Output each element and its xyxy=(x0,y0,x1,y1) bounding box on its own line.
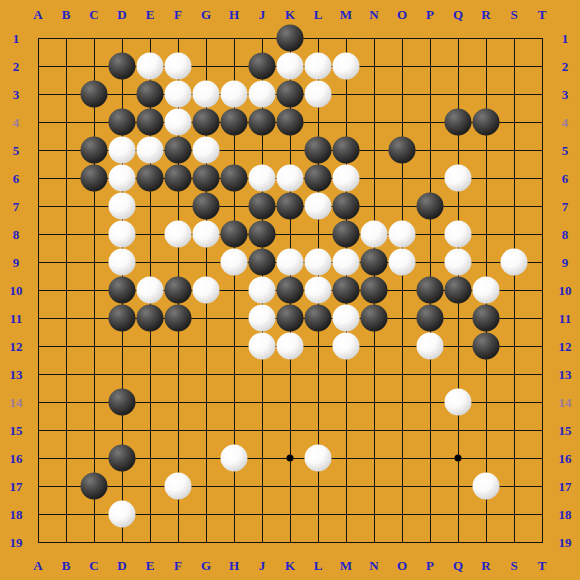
black-stone xyxy=(417,193,444,220)
black-stone xyxy=(473,305,500,332)
row-label-left: 1 xyxy=(13,32,20,45)
white-stone xyxy=(333,305,360,332)
white-stone xyxy=(361,221,388,248)
row-label-left: 7 xyxy=(13,200,20,213)
black-stone xyxy=(389,137,416,164)
white-stone xyxy=(417,333,444,360)
row-label-left: 11 xyxy=(10,312,22,325)
row-label-left: 2 xyxy=(13,60,20,73)
column-label-bottom: A xyxy=(33,559,42,572)
column-label-bottom: C xyxy=(89,559,98,572)
white-stone xyxy=(445,389,472,416)
white-stone xyxy=(109,221,136,248)
white-stone xyxy=(305,277,332,304)
white-stone xyxy=(109,165,136,192)
black-stone xyxy=(249,249,276,276)
black-stone xyxy=(137,165,164,192)
white-stone xyxy=(389,249,416,276)
black-stone xyxy=(445,277,472,304)
row-label-right: 5 xyxy=(562,144,569,157)
row-label-left: 3 xyxy=(13,88,20,101)
black-stone xyxy=(277,81,304,108)
row-label-left: 14 xyxy=(10,396,23,409)
black-stone xyxy=(417,305,444,332)
black-stone xyxy=(333,277,360,304)
column-label-top: Q xyxy=(453,8,463,21)
black-stone xyxy=(473,109,500,136)
white-stone xyxy=(389,221,416,248)
column-label-top: J xyxy=(259,8,266,21)
white-stone xyxy=(165,221,192,248)
white-stone xyxy=(333,165,360,192)
row-label-left: 6 xyxy=(13,172,20,185)
white-stone xyxy=(249,165,276,192)
row-label-right: 15 xyxy=(559,424,572,437)
column-label-top: M xyxy=(340,8,352,21)
white-stone xyxy=(277,249,304,276)
white-stone xyxy=(137,137,164,164)
column-label-top: B xyxy=(62,8,71,21)
star-point xyxy=(287,455,294,462)
white-stone xyxy=(445,221,472,248)
column-label-top: P xyxy=(426,8,434,21)
row-label-left: 4 xyxy=(13,116,20,129)
black-stone xyxy=(221,165,248,192)
white-stone xyxy=(165,81,192,108)
column-label-top: G xyxy=(201,8,211,21)
black-stone xyxy=(81,165,108,192)
black-stone xyxy=(445,109,472,136)
column-label-bottom: G xyxy=(201,559,211,572)
black-stone xyxy=(249,221,276,248)
column-label-bottom: Q xyxy=(453,559,463,572)
black-stone xyxy=(193,165,220,192)
star-point xyxy=(455,455,462,462)
column-label-bottom: S xyxy=(510,559,517,572)
column-label-top: F xyxy=(174,8,182,21)
column-label-top: O xyxy=(397,8,407,21)
row-label-right: 10 xyxy=(559,284,572,297)
black-stone xyxy=(333,193,360,220)
column-label-bottom: P xyxy=(426,559,434,572)
black-stone xyxy=(81,81,108,108)
white-stone xyxy=(109,137,136,164)
row-label-left: 18 xyxy=(10,508,23,521)
white-stone xyxy=(165,473,192,500)
column-label-bottom: T xyxy=(538,559,547,572)
row-label-right: 18 xyxy=(559,508,572,521)
column-label-bottom: B xyxy=(62,559,71,572)
row-label-left: 10 xyxy=(10,284,23,297)
black-stone xyxy=(277,277,304,304)
row-label-right: 13 xyxy=(559,368,572,381)
white-stone xyxy=(109,193,136,220)
row-label-right: 6 xyxy=(562,172,569,185)
white-stone xyxy=(333,249,360,276)
white-stone xyxy=(193,221,220,248)
black-stone xyxy=(361,277,388,304)
white-stone xyxy=(305,193,332,220)
white-stone xyxy=(193,137,220,164)
go-board[interactable] xyxy=(38,38,543,543)
black-stone xyxy=(165,137,192,164)
black-stone xyxy=(473,333,500,360)
row-label-right: 11 xyxy=(559,312,571,325)
row-label-left: 9 xyxy=(13,256,20,269)
black-stone xyxy=(165,305,192,332)
row-label-right: 8 xyxy=(562,228,569,241)
black-stone xyxy=(165,277,192,304)
row-label-left: 19 xyxy=(10,536,23,549)
column-label-top: K xyxy=(285,8,295,21)
white-stone xyxy=(305,445,332,472)
black-stone xyxy=(417,277,444,304)
row-label-left: 5 xyxy=(13,144,20,157)
white-stone xyxy=(109,249,136,276)
white-stone xyxy=(473,473,500,500)
column-label-top: A xyxy=(33,8,42,21)
row-label-right: 4 xyxy=(562,116,569,129)
black-stone xyxy=(165,165,192,192)
column-label-top: H xyxy=(229,8,239,21)
white-stone xyxy=(277,165,304,192)
black-stone xyxy=(81,137,108,164)
black-stone xyxy=(249,109,276,136)
white-stone xyxy=(501,249,528,276)
row-label-right: 19 xyxy=(559,536,572,549)
black-stone xyxy=(109,109,136,136)
column-label-top: T xyxy=(538,8,547,21)
black-stone xyxy=(137,109,164,136)
column-label-bottom: F xyxy=(174,559,182,572)
row-label-right: 9 xyxy=(562,256,569,269)
row-label-left: 8 xyxy=(13,228,20,241)
row-label-left: 15 xyxy=(10,424,23,437)
white-stone xyxy=(137,53,164,80)
white-stone xyxy=(277,53,304,80)
black-stone xyxy=(221,109,248,136)
column-label-top: C xyxy=(89,8,98,21)
column-label-bottom: L xyxy=(314,559,323,572)
row-label-right: 1 xyxy=(562,32,569,45)
white-stone xyxy=(193,277,220,304)
black-stone xyxy=(109,445,136,472)
column-label-bottom: H xyxy=(229,559,239,572)
row-label-right: 3 xyxy=(562,88,569,101)
column-label-bottom: J xyxy=(259,559,266,572)
column-label-bottom: M xyxy=(340,559,352,572)
white-stone xyxy=(277,333,304,360)
black-stone xyxy=(193,109,220,136)
white-stone xyxy=(305,81,332,108)
column-label-top: S xyxy=(510,8,517,21)
black-stone xyxy=(193,193,220,220)
column-label-bottom: E xyxy=(146,559,155,572)
black-stone xyxy=(137,81,164,108)
column-label-top: L xyxy=(314,8,323,21)
white-stone xyxy=(165,53,192,80)
white-stone xyxy=(333,333,360,360)
white-stone xyxy=(249,305,276,332)
column-label-top: N xyxy=(369,8,378,21)
black-stone xyxy=(333,221,360,248)
white-stone xyxy=(445,165,472,192)
column-label-top: E xyxy=(146,8,155,21)
column-label-top: D xyxy=(117,8,126,21)
white-stone xyxy=(333,53,360,80)
black-stone xyxy=(361,305,388,332)
row-label-right: 7 xyxy=(562,200,569,213)
white-stone xyxy=(249,333,276,360)
black-stone xyxy=(277,109,304,136)
black-stone xyxy=(277,25,304,52)
black-stone xyxy=(221,221,248,248)
white-stone xyxy=(221,81,248,108)
row-label-right: 16 xyxy=(559,452,572,465)
row-label-right: 2 xyxy=(562,60,569,73)
row-label-right: 12 xyxy=(559,340,572,353)
black-stone xyxy=(109,277,136,304)
white-stone xyxy=(473,277,500,304)
white-stone xyxy=(221,249,248,276)
white-stone xyxy=(249,81,276,108)
white-stone xyxy=(305,53,332,80)
black-stone xyxy=(277,305,304,332)
row-label-left: 13 xyxy=(10,368,23,381)
column-label-top: R xyxy=(481,8,490,21)
column-label-bottom: D xyxy=(117,559,126,572)
black-stone xyxy=(361,249,388,276)
column-label-bottom: O xyxy=(397,559,407,572)
white-stone xyxy=(165,109,192,136)
black-stone xyxy=(109,53,136,80)
white-stone xyxy=(305,249,332,276)
go-board-screenshot: { "game": "go", "board": { "size": 19, "… xyxy=(0,0,580,580)
black-stone xyxy=(305,137,332,164)
black-stone xyxy=(305,305,332,332)
row-label-right: 14 xyxy=(559,396,572,409)
white-stone xyxy=(137,277,164,304)
white-stone xyxy=(249,277,276,304)
column-label-bottom: K xyxy=(285,559,295,572)
row-label-right: 17 xyxy=(559,480,572,493)
white-stone xyxy=(193,81,220,108)
white-stone xyxy=(221,445,248,472)
column-label-bottom: N xyxy=(369,559,378,572)
column-label-bottom: R xyxy=(481,559,490,572)
black-stone xyxy=(81,473,108,500)
black-stone xyxy=(137,305,164,332)
black-stone xyxy=(249,53,276,80)
row-label-left: 16 xyxy=(10,452,23,465)
black-stone xyxy=(249,193,276,220)
row-label-left: 12 xyxy=(10,340,23,353)
black-stone xyxy=(333,137,360,164)
black-stone xyxy=(277,193,304,220)
row-label-left: 17 xyxy=(10,480,23,493)
white-stone xyxy=(445,249,472,276)
black-stone xyxy=(109,389,136,416)
black-stone xyxy=(305,165,332,192)
black-stone xyxy=(109,305,136,332)
white-stone xyxy=(109,501,136,528)
